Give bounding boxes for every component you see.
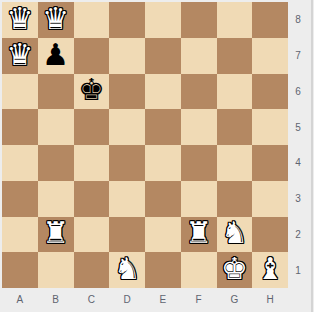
rank-label-8: 8 [288, 2, 308, 38]
square-g7[interactable] [217, 38, 253, 74]
rank-label-5: 5 [288, 109, 308, 145]
square-b3[interactable] [38, 181, 74, 217]
square-e1[interactable] [145, 252, 181, 288]
square-h7[interactable] [252, 38, 288, 74]
square-a4[interactable] [2, 145, 38, 181]
file-label-h: H [252, 288, 288, 310]
square-a8[interactable]: ♛ [2, 2, 38, 38]
square-b5[interactable] [38, 109, 74, 145]
white-rook[interactable]: ♜ [185, 218, 212, 248]
square-h5[interactable] [252, 109, 288, 145]
file-labels: ABCDEFGH [2, 288, 288, 310]
square-f3[interactable] [181, 181, 217, 217]
square-b7[interactable]: ♟ [38, 38, 74, 74]
square-e3[interactable] [145, 181, 181, 217]
square-c1[interactable] [74, 252, 110, 288]
white-rook[interactable]: ♜ [42, 218, 69, 248]
square-a6[interactable] [2, 74, 38, 110]
square-h3[interactable] [252, 181, 288, 217]
square-g2[interactable]: ♞ [217, 217, 253, 253]
square-e6[interactable] [145, 74, 181, 110]
rank-label-6: 6 [288, 74, 308, 110]
square-f6[interactable] [181, 74, 217, 110]
square-b8[interactable]: ♛ [38, 2, 74, 38]
square-b2[interactable]: ♜ [38, 217, 74, 253]
square-c8[interactable] [74, 2, 110, 38]
page-background: { "game": "chess", "position": { "fen": … [0, 0, 314, 312]
square-g6[interactable] [217, 74, 253, 110]
file-label-f: F [181, 288, 217, 310]
rank-label-7: 7 [288, 38, 308, 74]
chess-board: ♛♛♛♟♚♜♜♞♞♚♝ [2, 2, 288, 288]
square-a3[interactable] [2, 181, 38, 217]
white-knight[interactable]: ♞ [114, 254, 141, 284]
square-f4[interactable] [181, 145, 217, 181]
square-c7[interactable] [74, 38, 110, 74]
square-h4[interactable] [252, 145, 288, 181]
rank-label-4: 4 [288, 145, 308, 181]
rank-label-2: 2 [288, 217, 308, 253]
white-king[interactable]: ♚ [221, 254, 248, 284]
square-b6[interactable] [38, 74, 74, 110]
right-edge-divider [311, 0, 313, 312]
file-label-b: B [38, 288, 74, 310]
white-queen[interactable]: ♛ [6, 4, 33, 34]
square-c2[interactable] [74, 217, 110, 253]
rank-label-1: 1 [288, 252, 308, 288]
square-g4[interactable] [217, 145, 253, 181]
rank-labels: 87654321 [288, 2, 308, 288]
square-d8[interactable] [109, 2, 145, 38]
square-h6[interactable] [252, 74, 288, 110]
square-c6[interactable]: ♚ [74, 74, 110, 110]
square-h1[interactable]: ♝ [252, 252, 288, 288]
square-f8[interactable] [181, 2, 217, 38]
square-g5[interactable] [217, 109, 253, 145]
black-king[interactable]: ♚ [78, 75, 105, 105]
square-e7[interactable] [145, 38, 181, 74]
square-f5[interactable] [181, 109, 217, 145]
square-h2[interactable] [252, 217, 288, 253]
square-d6[interactable] [109, 74, 145, 110]
square-b4[interactable] [38, 145, 74, 181]
square-h8[interactable] [252, 2, 288, 38]
black-pawn[interactable]: ♟ [42, 40, 69, 70]
square-g1[interactable]: ♚ [217, 252, 253, 288]
square-c4[interactable] [74, 145, 110, 181]
square-d2[interactable] [109, 217, 145, 253]
square-a5[interactable] [2, 109, 38, 145]
square-f2[interactable]: ♜ [181, 217, 217, 253]
square-e4[interactable] [145, 145, 181, 181]
file-label-g: G [217, 288, 253, 310]
white-bishop[interactable]: ♝ [257, 254, 284, 284]
square-a7[interactable]: ♛ [2, 38, 38, 74]
square-d4[interactable] [109, 145, 145, 181]
white-queen[interactable]: ♛ [6, 40, 33, 70]
white-queen[interactable]: ♛ [42, 4, 69, 34]
file-label-d: D [109, 288, 145, 310]
square-b1[interactable] [38, 252, 74, 288]
square-a1[interactable] [2, 252, 38, 288]
rank-label-3: 3 [288, 181, 308, 217]
square-d3[interactable] [109, 181, 145, 217]
square-d1[interactable]: ♞ [109, 252, 145, 288]
square-g3[interactable] [217, 181, 253, 217]
square-f7[interactable] [181, 38, 217, 74]
square-d5[interactable] [109, 109, 145, 145]
file-label-c: C [74, 288, 110, 310]
square-e8[interactable] [145, 2, 181, 38]
square-f1[interactable] [181, 252, 217, 288]
file-label-a: A [2, 288, 38, 310]
square-g8[interactable] [217, 2, 253, 38]
square-c3[interactable] [74, 181, 110, 217]
square-e2[interactable] [145, 217, 181, 253]
white-knight[interactable]: ♞ [221, 218, 248, 248]
square-c5[interactable] [74, 109, 110, 145]
square-a2[interactable] [2, 217, 38, 253]
file-label-e: E [145, 288, 181, 310]
square-e5[interactable] [145, 109, 181, 145]
square-d7[interactable] [109, 38, 145, 74]
